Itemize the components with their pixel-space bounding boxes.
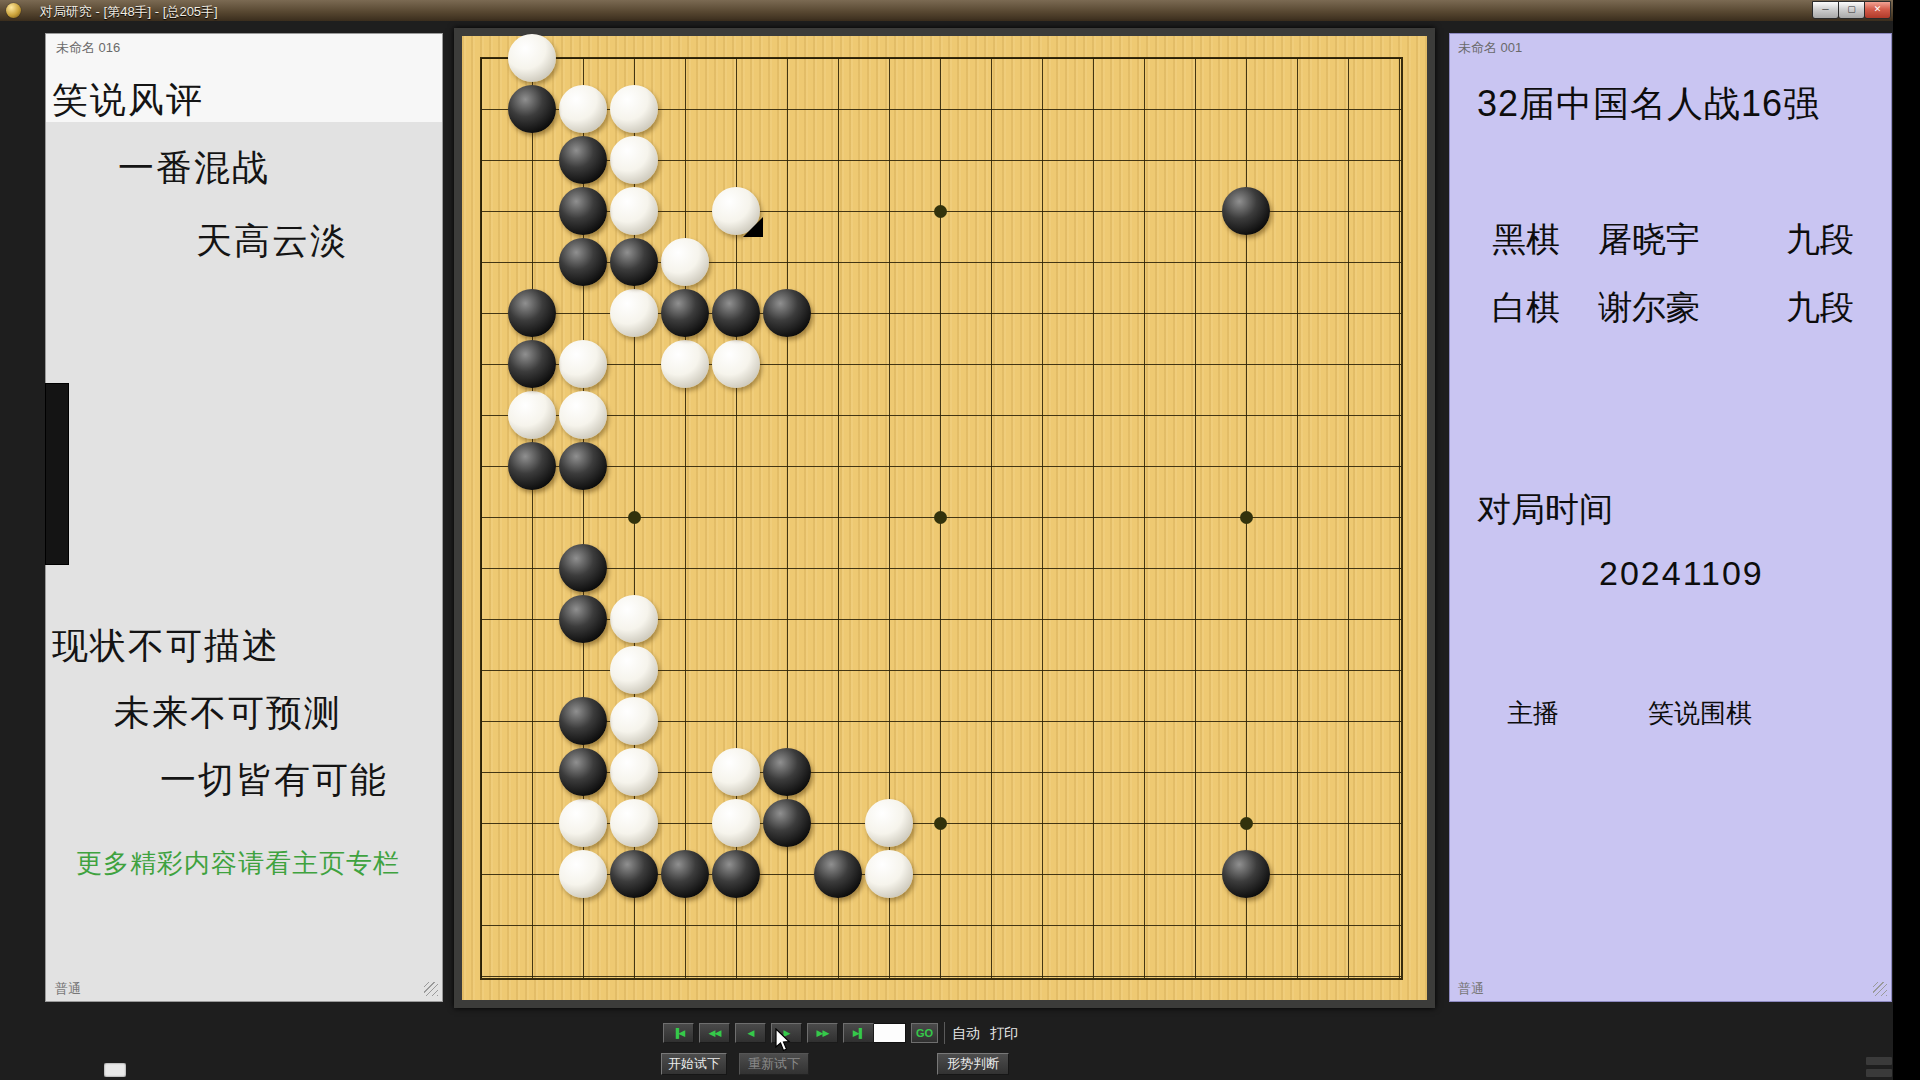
white-stone xyxy=(610,697,658,745)
toolbar-divider xyxy=(944,1022,945,1044)
black-stone xyxy=(559,238,607,286)
white-stone xyxy=(610,187,658,235)
left-commentary-panel: 未命名 016 笑说风评 一番混战 天高云淡 现状不可描述 未来不可预测 一切皆… xyxy=(45,33,443,1002)
screen-corner-badge-line1 xyxy=(1866,1057,1892,1065)
poem-line-1: 笑说风评 xyxy=(52,76,204,125)
mouse-cursor xyxy=(775,1028,792,1052)
white-player-rank: 九段 xyxy=(1786,288,1854,326)
taskbar-icon[interactable] xyxy=(104,1063,126,1077)
black-stone xyxy=(610,238,658,286)
white-stone xyxy=(559,340,607,388)
nav-first-button[interactable]: ▐◀ xyxy=(663,1023,694,1043)
start-trial-button[interactable]: 开始试下 xyxy=(661,1053,727,1075)
black-stone xyxy=(508,340,556,388)
nav-last-button[interactable]: ▶▌ xyxy=(843,1023,874,1043)
nav-fast-back-button[interactable]: ◀◀ xyxy=(699,1023,730,1043)
black-stone xyxy=(712,850,760,898)
host-name: 笑说围棋 xyxy=(1648,696,1752,731)
black-stone xyxy=(508,442,556,490)
game-time-label: 对局时间 xyxy=(1477,487,1613,533)
black-stone xyxy=(508,289,556,337)
nav-prev-button[interactable]: ◀ xyxy=(735,1023,766,1043)
black-player-row: 黑棋屠晓宇九段 xyxy=(1492,217,1854,263)
nav-fast-forward-button[interactable]: ▶▶ xyxy=(807,1023,838,1043)
white-stone xyxy=(661,238,709,286)
minimize-button[interactable]: ─ xyxy=(1812,1,1839,19)
white-stone xyxy=(610,595,658,643)
hoshi-point xyxy=(934,511,947,524)
white-player-name: 谢尔豪 xyxy=(1598,288,1700,326)
white-stone xyxy=(865,799,913,847)
promo-note: 更多精彩内容请看主页专栏 xyxy=(76,846,400,881)
poem2-line-3: 一切皆有可能 xyxy=(160,756,388,805)
black-stone xyxy=(508,85,556,133)
auto-play-button[interactable]: 自动 xyxy=(952,1025,980,1043)
white-stone xyxy=(508,34,556,82)
right-info-panel: 未命名 001 32届中国名人战16强 黑棋屠晓宇九段 白棋谢尔豪九段 对局时间… xyxy=(1449,33,1892,1002)
event-title: 32届中国名人战16强 xyxy=(1477,80,1820,129)
close-button[interactable]: ✕ xyxy=(1864,1,1891,19)
black-stone xyxy=(814,850,862,898)
black-stone xyxy=(1222,187,1270,235)
white-stone xyxy=(610,85,658,133)
window-title: 对局研究 - [第48手] - [总205手] xyxy=(40,3,218,21)
black-stone xyxy=(712,289,760,337)
title-bar[interactable]: 对局研究 - [第48手] - [总205手] xyxy=(0,0,1893,22)
black-stone xyxy=(610,850,658,898)
poem-line-3: 天高云淡 xyxy=(196,217,348,266)
game-date: 20241109 xyxy=(1599,554,1764,593)
black-stone xyxy=(559,136,607,184)
white-stone xyxy=(559,391,607,439)
white-stone xyxy=(712,748,760,796)
left-panel-resize-grip[interactable] xyxy=(424,982,438,996)
black-stone xyxy=(559,544,607,592)
black-player-name: 屠晓宇 xyxy=(1598,220,1700,258)
maximize-button[interactable]: ▢ xyxy=(1838,1,1865,19)
black-stone xyxy=(559,595,607,643)
white-stone xyxy=(508,391,556,439)
left-side-dark-tab[interactable] xyxy=(45,383,69,565)
white-stone xyxy=(559,850,607,898)
hoshi-point xyxy=(628,511,641,524)
redo-trial-button[interactable]: 重新试下 xyxy=(739,1053,809,1075)
white-stone xyxy=(610,646,658,694)
black-player-rank: 九段 xyxy=(1786,220,1854,258)
black-stone xyxy=(661,850,709,898)
last-move-marker xyxy=(743,217,763,237)
black-stone xyxy=(763,748,811,796)
hoshi-point xyxy=(934,205,947,218)
white-stone xyxy=(661,340,709,388)
goban-wood xyxy=(462,36,1427,1000)
white-stone xyxy=(712,187,760,235)
white-stone xyxy=(610,799,658,847)
left-panel-status: 普通 xyxy=(55,980,81,998)
white-player-row: 白棋谢尔豪九段 xyxy=(1492,285,1854,331)
go-button[interactable]: GO xyxy=(911,1023,938,1043)
black-stone xyxy=(661,289,709,337)
white-stone xyxy=(712,340,760,388)
poem2-line-2: 未来不可预测 xyxy=(114,689,342,738)
host-label: 主播 xyxy=(1507,696,1559,731)
poem-line-2: 一番混战 xyxy=(118,144,270,193)
white-stone xyxy=(559,799,607,847)
print-button[interactable]: 打印 xyxy=(990,1025,1018,1043)
black-label: 黑棋 xyxy=(1492,220,1560,258)
right-panel-tab-label: 未命名 001 xyxy=(1458,39,1522,57)
left-panel-tab-label: 未命名 016 xyxy=(56,39,120,57)
white-stone xyxy=(610,136,658,184)
white-stone xyxy=(559,85,607,133)
black-stone xyxy=(763,289,811,337)
white-label: 白棋 xyxy=(1492,288,1560,326)
goban-frame xyxy=(454,28,1435,1008)
black-stone xyxy=(559,442,607,490)
black-stone xyxy=(559,697,607,745)
right-panel-resize-grip[interactable] xyxy=(1873,982,1887,996)
goban-grid[interactable] xyxy=(481,58,1401,978)
hoshi-point xyxy=(1240,817,1253,830)
hoshi-point xyxy=(934,817,947,830)
white-stone xyxy=(712,799,760,847)
white-stone xyxy=(610,289,658,337)
poem2-line-1: 现状不可描述 xyxy=(52,622,280,671)
position-judge-button[interactable]: 形势判断 xyxy=(937,1053,1009,1075)
right-panel-status: 普通 xyxy=(1458,980,1484,998)
app-icon xyxy=(6,3,21,18)
black-stone xyxy=(1222,850,1270,898)
black-stone xyxy=(559,748,607,796)
white-stone xyxy=(610,748,658,796)
black-stone xyxy=(763,799,811,847)
black-stone xyxy=(559,187,607,235)
screen-corner-badge-line2 xyxy=(1866,1069,1892,1077)
white-stone xyxy=(865,850,913,898)
hoshi-point xyxy=(1240,511,1253,524)
